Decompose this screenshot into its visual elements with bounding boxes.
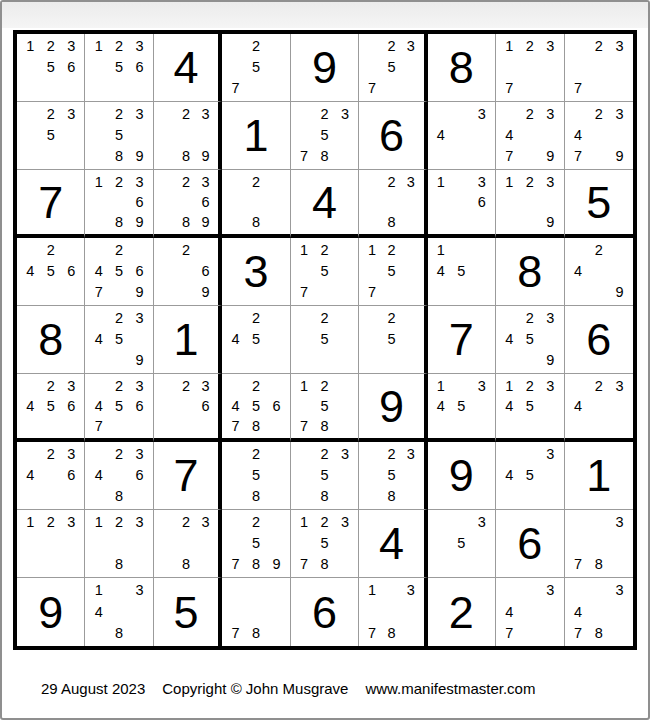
- candidate-digit: 3: [335, 512, 355, 533]
- candidate-grid: 245679: [88, 240, 149, 303]
- cell-r1c1[interactable]: 12356: [17, 34, 85, 102]
- candidate-grid: 345: [499, 444, 560, 507]
- candidate-digit: 5: [451, 396, 471, 416]
- given-digit: 8: [17, 306, 84, 373]
- candidate-digit: 3: [196, 104, 215, 125]
- given-digit: 1: [565, 442, 633, 509]
- cell-r8c1[interactable]: 123: [17, 510, 85, 578]
- cell-r1c2[interactable]: 12356: [85, 34, 153, 102]
- candidate-digit: 3: [472, 512, 492, 533]
- cell-r9c9[interactable]: 3478: [565, 578, 633, 646]
- cell-r7c5[interactable]: 2358: [291, 442, 359, 510]
- candidate-digit: 1: [499, 172, 519, 192]
- candidate-digit: 2: [520, 376, 540, 396]
- cell-r5c2[interactable]: 23459: [85, 306, 153, 374]
- candidate-grid: 23578: [294, 104, 355, 167]
- cell-r7c4[interactable]: 258: [222, 442, 290, 510]
- candidate-digit: 7: [225, 78, 245, 99]
- cell-r1c9[interactable]: 237: [565, 34, 633, 102]
- cell-r5c1[interactable]: 8: [17, 306, 85, 374]
- candidate-grid: 258: [225, 444, 286, 507]
- cell-r5c5[interactable]: 25: [291, 306, 359, 374]
- cell-r6c5[interactable]: 12578: [291, 374, 359, 442]
- candidate-digit: 7: [294, 146, 314, 167]
- candidate-digit: 4: [568, 261, 589, 282]
- candidate-grid: 2389: [157, 104, 215, 167]
- cell-r6c3[interactable]: 236: [154, 374, 222, 442]
- candidate-digit: 2: [40, 444, 60, 465]
- given-digit: 6: [565, 306, 633, 373]
- candidate-digit: 9: [609, 282, 630, 303]
- candidate-digit: 7: [88, 282, 108, 303]
- cell-r6c9[interactable]: 234: [565, 374, 633, 442]
- cell-r5c9[interactable]: 6: [565, 306, 633, 374]
- candidate-digit: 8: [246, 416, 266, 436]
- candidate-digit: 5: [314, 465, 334, 486]
- cell-r7c8[interactable]: 345: [496, 442, 564, 510]
- cell-r9c3[interactable]: 5: [154, 578, 222, 646]
- cell-r8c7[interactable]: 35: [428, 510, 496, 578]
- cell-r1c6[interactable]: 2357: [359, 34, 427, 102]
- candidate-digit: 6: [129, 396, 149, 416]
- candidate-digit: 5: [246, 57, 266, 78]
- candidate-digit: 3: [609, 580, 630, 601]
- cell-r9c5[interactable]: 6: [291, 578, 359, 646]
- candidate-digit: 6: [266, 396, 286, 416]
- candidate-digit: 1: [362, 240, 381, 261]
- cell-r1c5[interactable]: 9: [291, 34, 359, 102]
- candidate-digit: 6: [129, 192, 149, 212]
- sudoku-board: 1235612356425792357812372372352358923891…: [13, 30, 637, 650]
- candidate-digit: 1: [431, 376, 451, 396]
- candidate-digit: 9: [196, 146, 215, 167]
- cell-r4c3[interactable]: 269: [154, 238, 222, 306]
- candidate-grid: 269: [157, 240, 215, 303]
- candidate-digit: 2: [314, 376, 334, 396]
- cell-r1c3[interactable]: 4: [154, 34, 222, 102]
- candidate-grid: 1345: [431, 376, 492, 436]
- candidate-digit: 5: [109, 396, 129, 416]
- candidate-digit: 5: [520, 396, 540, 416]
- cell-r3c8[interactable]: 1239: [496, 170, 564, 238]
- cell-r9c4[interactable]: 78: [222, 578, 290, 646]
- candidate-digit: 7: [362, 282, 381, 303]
- cell-r8c5[interactable]: 123578: [291, 510, 359, 578]
- candidate-digit: 2: [588, 376, 609, 396]
- candidate-grid: 12356: [20, 36, 81, 99]
- cell-r2c4[interactable]: 1: [222, 102, 290, 170]
- cell-r5c4[interactable]: 245: [222, 306, 290, 374]
- candidate-grid: 123: [20, 512, 81, 575]
- cell-r3c9[interactable]: 5: [565, 170, 633, 238]
- candidate-digit: 5: [382, 261, 401, 282]
- cell-r6c7[interactable]: 1345: [428, 374, 496, 442]
- cell-r3c2[interactable]: 123689: [85, 170, 153, 238]
- cell-r3c1[interactable]: 7: [17, 170, 85, 238]
- given-digit: 4: [291, 170, 358, 234]
- given-digit: 6: [291, 578, 358, 646]
- cell-r7c2[interactable]: 23468: [85, 442, 153, 510]
- candidate-grid: 2357: [362, 36, 420, 99]
- candidate-digit: 1: [88, 580, 108, 601]
- candidate-digit: 2: [246, 444, 266, 465]
- candidate-digit: 4: [225, 396, 245, 416]
- candidate-digit: 3: [401, 36, 420, 57]
- candidate-grid: 1238: [88, 512, 149, 575]
- given-digit: 1: [154, 306, 218, 373]
- candidate-digit: 2: [382, 172, 401, 192]
- candidate-digit: 9: [266, 554, 286, 575]
- candidate-digit: 7: [225, 623, 245, 644]
- candidate-digit: 2: [40, 240, 60, 261]
- candidate-digit: 2: [588, 104, 609, 125]
- candidate-digit: 2: [109, 172, 129, 192]
- candidate-digit: 2: [520, 308, 540, 329]
- candidate-digit: 1: [294, 240, 314, 261]
- candidate-digit: 5: [246, 465, 266, 486]
- cell-r2c5[interactable]: 23578: [291, 102, 359, 170]
- cell-r9c2[interactable]: 1348: [85, 578, 153, 646]
- candidate-digit: 4: [20, 465, 40, 486]
- cell-r3c3[interactable]: 23689: [154, 170, 222, 238]
- candidate-digit: 6: [196, 261, 215, 282]
- candidate-grid: 238: [362, 172, 420, 232]
- candidate-digit: 5: [246, 329, 266, 350]
- candidate-digit: 4: [88, 465, 108, 486]
- candidate-digit: 3: [609, 36, 630, 57]
- candidate-digit: 5: [314, 329, 334, 350]
- candidate-grid: 249: [568, 240, 630, 303]
- cell-r3c4[interactable]: 28: [222, 170, 290, 238]
- candidate-grid: 2358: [294, 444, 355, 507]
- candidate-digit: 2: [520, 172, 540, 192]
- candidate-digit: 6: [196, 192, 215, 212]
- cell-r9c6[interactable]: 1378: [359, 578, 427, 646]
- candidate-digit: 8: [176, 212, 195, 232]
- cell-r1c7[interactable]: 8: [428, 34, 496, 102]
- candidate-digit: 3: [61, 512, 81, 533]
- candidate-digit: 2: [588, 36, 609, 57]
- candidate-digit: 8: [109, 146, 129, 167]
- candidate-digit: 5: [314, 125, 334, 146]
- candidate-digit: 8: [246, 486, 266, 507]
- candidate-digit: 8: [176, 554, 195, 575]
- cell-r8c2[interactable]: 1238: [85, 510, 153, 578]
- cell-r2c7[interactable]: 34: [428, 102, 496, 170]
- candidate-digit: 1: [431, 172, 451, 192]
- candidate-digit: 2: [109, 36, 129, 57]
- cell-r1c4[interactable]: 257: [222, 34, 290, 102]
- candidate-digit: 7: [499, 78, 519, 99]
- footer-website: www.manifestmaster.com: [365, 680, 535, 697]
- candidate-digit: 3: [540, 104, 560, 125]
- candidate-grid: 234: [568, 376, 630, 436]
- cell-r6c4[interactable]: 245678: [222, 374, 290, 442]
- candidate-digit: 3: [129, 104, 149, 125]
- candidate-digit: 5: [520, 329, 540, 350]
- cell-r4c7[interactable]: 145: [428, 238, 496, 306]
- candidate-digit: 8: [382, 486, 401, 507]
- candidate-grid: 25789: [225, 512, 286, 575]
- cell-r4c4[interactable]: 3: [222, 238, 290, 306]
- given-digit: 2: [428, 578, 495, 646]
- candidate-digit: 9: [609, 146, 630, 167]
- candidate-digit: 8: [176, 146, 195, 167]
- cell-r4c9[interactable]: 249: [565, 238, 633, 306]
- given-digit: 6: [496, 510, 563, 577]
- candidate-grid: 23456: [20, 376, 81, 436]
- candidate-digit: 7: [568, 146, 589, 167]
- candidate-digit: 5: [40, 261, 60, 282]
- candidate-digit: 2: [40, 36, 60, 57]
- candidate-digit: 8: [382, 623, 401, 644]
- candidate-digit: 3: [196, 512, 215, 533]
- candidate-digit: 3: [129, 36, 149, 57]
- candidate-digit: 9: [540, 212, 560, 232]
- candidate-digit: 5: [314, 533, 334, 554]
- cell-r7c1[interactable]: 2346: [17, 442, 85, 510]
- candidate-digit: 1: [294, 376, 314, 396]
- given-digit: 9: [428, 442, 495, 509]
- cell-r2c9[interactable]: 23479: [565, 102, 633, 170]
- candidate-digit: 3: [472, 172, 492, 192]
- candidate-grid: 123689: [88, 172, 149, 232]
- candidate-digit: 6: [61, 57, 81, 78]
- candidate-digit: 8: [109, 486, 129, 507]
- candidate-digit: 2: [382, 308, 401, 329]
- candidate-digit: 3: [129, 172, 149, 192]
- cell-r7c9[interactable]: 1: [565, 442, 633, 510]
- page-frame: 1235612356425792357812372372352358923891…: [0, 0, 650, 720]
- candidate-digit: 2: [109, 376, 129, 396]
- candidate-digit: 2: [40, 376, 60, 396]
- cell-r8c9[interactable]: 378: [565, 510, 633, 578]
- candidate-digit: 7: [294, 282, 314, 303]
- footer-copyright: Copyright © John Musgrave: [162, 680, 348, 697]
- candidate-digit: 5: [109, 57, 129, 78]
- candidate-digit: 5: [109, 261, 129, 282]
- candidate-digit: 2: [109, 240, 129, 261]
- candidate-digit: 8: [109, 623, 129, 644]
- cell-r9c1[interactable]: 9: [17, 578, 85, 646]
- candidate-digit: 7: [294, 416, 314, 436]
- candidate-digit: 9: [540, 350, 560, 371]
- candidate-digit: 3: [609, 376, 630, 396]
- candidate-grid: 34: [431, 104, 492, 167]
- cell-r4c5[interactable]: 1257: [291, 238, 359, 306]
- cell-r8c8[interactable]: 6: [496, 510, 564, 578]
- candidate-digit: 3: [129, 376, 149, 396]
- candidate-grid: 2358: [362, 444, 420, 507]
- candidate-digit: 3: [540, 36, 560, 57]
- cell-r3c7[interactable]: 136: [428, 170, 496, 238]
- candidate-digit: 4: [431, 125, 451, 146]
- candidate-digit: 3: [129, 512, 149, 533]
- candidate-digit: 2: [40, 104, 60, 125]
- candidate-digit: 8: [314, 146, 334, 167]
- candidate-digit: 9: [129, 146, 149, 167]
- footer-date: 29 August 2023: [41, 680, 145, 697]
- cell-r2c1[interactable]: 235: [17, 102, 85, 170]
- candidate-digit: 6: [129, 465, 149, 486]
- candidate-digit: 4: [499, 125, 519, 146]
- candidate-grid: 245678: [225, 376, 286, 436]
- candidate-digit: 2: [314, 104, 334, 125]
- candidate-digit: 2: [40, 512, 60, 533]
- cell-r4c1[interactable]: 2456: [17, 238, 85, 306]
- candidate-digit: 2: [314, 240, 334, 261]
- candidate-digit: 3: [540, 444, 560, 465]
- candidate-digit: 8: [314, 486, 334, 507]
- candidate-digit: 8: [246, 554, 266, 575]
- candidate-digit: 9: [129, 282, 149, 303]
- candidate-digit: 1: [20, 36, 40, 57]
- cell-r8c6[interactable]: 4: [359, 510, 427, 578]
- candidate-digit: 5: [40, 57, 60, 78]
- candidate-digit: 2: [246, 376, 266, 396]
- cell-r7c6[interactable]: 2358: [359, 442, 427, 510]
- candidate-grid: 237: [568, 36, 630, 99]
- candidate-digit: 5: [382, 57, 401, 78]
- cell-r7c3[interactable]: 7: [154, 442, 222, 510]
- candidate-digit: 6: [472, 192, 492, 212]
- cell-r2c2[interactable]: 23589: [85, 102, 153, 170]
- given-digit: 9: [359, 374, 423, 438]
- candidate-grid: 28: [225, 172, 286, 232]
- candidate-digit: 3: [401, 580, 420, 601]
- cell-r9c8[interactable]: 347: [496, 578, 564, 646]
- candidate-grid: 23479: [499, 104, 560, 167]
- cell-r3c6[interactable]: 238: [359, 170, 427, 238]
- candidate-grid: 1378: [362, 580, 420, 644]
- candidate-digit: 3: [401, 444, 420, 465]
- cell-r4c2[interactable]: 245679: [85, 238, 153, 306]
- candidate-digit: 6: [129, 261, 149, 282]
- candidate-digit: 2: [246, 36, 266, 57]
- page-top-band: [2, 2, 648, 28]
- candidate-digit: 5: [40, 396, 60, 416]
- candidate-digit: 5: [109, 329, 129, 350]
- given-digit: 3: [222, 238, 289, 305]
- candidate-digit: 3: [129, 444, 149, 465]
- candidate-digit: 2: [109, 308, 129, 329]
- candidate-digit: 2: [176, 104, 195, 125]
- cell-r6c6[interactable]: 9: [359, 374, 427, 442]
- cell-r4c6[interactable]: 1257: [359, 238, 427, 306]
- cell-r6c8[interactable]: 12345: [496, 374, 564, 442]
- cell-r2c3[interactable]: 2389: [154, 102, 222, 170]
- cell-r1c8[interactable]: 1237: [496, 34, 564, 102]
- candidate-grid: 23589: [88, 104, 149, 167]
- candidate-digit: 2: [109, 104, 129, 125]
- cell-r2c8[interactable]: 23479: [496, 102, 564, 170]
- candidate-digit: 9: [196, 212, 215, 232]
- candidate-digit: 8: [314, 554, 334, 575]
- candidate-digit: 7: [568, 554, 589, 575]
- cell-r6c2[interactable]: 234567: [85, 374, 153, 442]
- candidate-digit: 3: [61, 104, 81, 125]
- candidate-digit: 8: [382, 212, 401, 232]
- candidate-digit: 3: [401, 172, 420, 192]
- cell-r4c8[interactable]: 8: [496, 238, 564, 306]
- candidate-digit: 4: [88, 396, 108, 416]
- candidate-grid: 25: [362, 308, 420, 371]
- cell-r2c6[interactable]: 6: [359, 102, 427, 170]
- candidate-digit: 4: [20, 396, 40, 416]
- cell-r5c6[interactable]: 25: [359, 306, 427, 374]
- candidate-digit: 4: [499, 465, 519, 486]
- candidate-digit: 5: [382, 329, 401, 350]
- given-digit: 1: [222, 102, 289, 169]
- candidate-digit: 3: [335, 104, 355, 125]
- candidate-digit: 2: [176, 512, 195, 533]
- candidate-digit: 3: [609, 512, 630, 533]
- candidate-digit: 6: [196, 396, 215, 416]
- candidate-digit: 3: [61, 444, 81, 465]
- cell-r7c7[interactable]: 9: [428, 442, 496, 510]
- candidate-digit: 5: [451, 533, 471, 554]
- candidate-digit: 1: [88, 172, 108, 192]
- candidate-grid: 2456: [20, 240, 81, 303]
- candidate-digit: 7: [499, 623, 519, 644]
- given-digit: 9: [17, 578, 84, 646]
- cell-r5c3[interactable]: 1: [154, 306, 222, 374]
- candidate-grid: 1257: [294, 240, 355, 303]
- candidate-digit: 2: [246, 308, 266, 329]
- candidate-digit: 8: [588, 623, 609, 644]
- cell-r5c7[interactable]: 7: [428, 306, 496, 374]
- cell-r5c8[interactable]: 23459: [496, 306, 564, 374]
- candidate-digit: 3: [472, 104, 492, 125]
- candidate-digit: 3: [335, 444, 355, 465]
- candidate-digit: 1: [88, 36, 108, 57]
- candidate-digit: 6: [129, 57, 149, 78]
- candidate-digit: 7: [362, 623, 381, 644]
- given-digit: 8: [428, 34, 495, 101]
- candidate-digit: 7: [568, 78, 589, 99]
- given-digit: 9: [291, 34, 358, 101]
- candidate-digit: 9: [540, 146, 560, 167]
- cell-r8c4[interactable]: 25789: [222, 510, 290, 578]
- candidate-digit: 6: [61, 465, 81, 486]
- candidate-grid: 245: [225, 308, 286, 371]
- candidate-grid: 145: [431, 240, 492, 303]
- candidate-digit: 6: [61, 396, 81, 416]
- candidate-digit: 3: [129, 308, 149, 329]
- cell-r8c3[interactable]: 238: [154, 510, 222, 578]
- candidate-digit: 2: [382, 240, 401, 261]
- candidate-grid: 236: [157, 376, 215, 436]
- candidate-digit: 1: [431, 240, 451, 261]
- candidate-grid: 234567: [88, 376, 149, 436]
- given-digit: 7: [17, 170, 84, 234]
- candidate-grid: 1239: [499, 172, 560, 232]
- cell-r9c7[interactable]: 2: [428, 578, 496, 646]
- candidate-digit: 3: [540, 376, 560, 396]
- candidate-digit: 3: [540, 580, 560, 601]
- candidate-digit: 9: [129, 350, 149, 371]
- candidate-digit: 7: [294, 554, 314, 575]
- candidate-digit: 5: [246, 533, 266, 554]
- candidate-digit: 2: [588, 240, 609, 261]
- cell-r3c5[interactable]: 4: [291, 170, 359, 238]
- candidate-digit: 1: [88, 512, 108, 533]
- candidate-digit: 3: [472, 376, 492, 396]
- candidate-digit: 2: [176, 172, 195, 192]
- candidate-digit: 2: [314, 444, 334, 465]
- candidate-grid: 12345: [499, 376, 560, 436]
- cell-r6c1[interactable]: 23456: [17, 374, 85, 442]
